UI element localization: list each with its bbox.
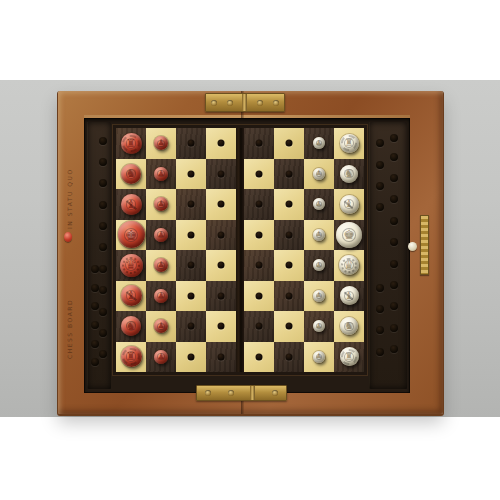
rail-peg-hole [376, 182, 384, 190]
box-interior: ♜♟♟♜♞♟♟♞♝♟♟♝♚♟♟♚♛♟♟♛♝♟♟♝♞♟♟♞♜♟♟♜ [84, 118, 410, 393]
square-c2[interactable]: ♟ [304, 281, 334, 312]
piece-red-pawn[interactable]: ♟ [154, 319, 168, 333]
square-h2[interactable]: ♟ [304, 128, 334, 159]
knight-glyph: ♞ [126, 168, 136, 179]
hinge-screw [227, 100, 233, 106]
square-g3[interactable] [274, 159, 304, 190]
peg-hole [256, 323, 263, 330]
peg-hole [218, 170, 225, 177]
peg-hole [218, 201, 225, 208]
hinge-screw [273, 100, 279, 106]
square-h6[interactable] [176, 128, 206, 159]
square-f5[interactable] [206, 189, 236, 220]
square-b1[interactable]: ♞ [334, 311, 364, 342]
piece-red-pawn[interactable]: ♟ [154, 289, 168, 303]
piece-red-pawn[interactable]: ♟ [154, 228, 168, 242]
rail-peg-hole [91, 284, 99, 292]
square-e6[interactable] [176, 220, 206, 251]
square-b2[interactable]: ♟ [304, 311, 334, 342]
peg-hole [218, 323, 225, 330]
knight-glyph: ♞ [345, 169, 354, 179]
square-g2[interactable]: ♟ [304, 159, 334, 190]
peg-hole [286, 262, 293, 269]
pawn-glyph: ♟ [316, 323, 322, 330]
square-a5[interactable] [206, 342, 236, 373]
square-a7[interactable]: ♟ [146, 342, 176, 373]
rail-peg-hole [390, 134, 398, 142]
square-c7[interactable]: ♟ [146, 281, 176, 312]
piece-white-pawn[interactable]: ♟ [313, 351, 325, 363]
piece-white-bishop[interactable]: ♝ [340, 286, 359, 305]
square-d5[interactable] [206, 250, 236, 281]
rail-peg-hole [99, 350, 107, 358]
rail-peg-hole [376, 305, 384, 313]
square-e1[interactable]: ♚ [334, 220, 364, 251]
square-h1[interactable]: ♜ [334, 128, 364, 159]
piece-red-bishop[interactable]: ♝ [121, 285, 142, 306]
piece-red-pawn[interactable]: ♟ [154, 197, 168, 211]
rail-peg-hole [91, 321, 99, 329]
rail-peg-hole [99, 222, 107, 230]
peg-hole [188, 231, 195, 238]
pawn-glyph: ♟ [316, 262, 322, 269]
piece-white-pawn[interactable]: ♟ [313, 137, 325, 149]
left-storage-rail [87, 122, 111, 389]
top-hinge [205, 93, 285, 112]
brass-plaque [420, 215, 429, 275]
square-h3[interactable] [274, 128, 304, 159]
rail-peg-hole [376, 326, 384, 334]
piece-red-pawn[interactable]: ♟ [154, 258, 168, 272]
photo-background: IN STATU QUO CHESS BOARD ♜♟♟♜♞♟♟♞♝♟♟♝♚♟♟… [0, 80, 500, 417]
square-f6[interactable] [176, 189, 206, 220]
pawn-glyph: ♟ [316, 292, 322, 299]
square-g5[interactable] [206, 159, 236, 190]
piece-red-king[interactable]: ♚ [118, 221, 145, 248]
board-fold-seam [236, 128, 244, 372]
square-e5[interactable] [206, 220, 236, 251]
square-h4[interactable] [244, 128, 274, 159]
square-a6[interactable] [176, 342, 206, 373]
bishop-glyph: ♝ [345, 291, 354, 301]
knight-glyph: ♞ [126, 321, 136, 332]
piece-red-rook[interactable]: ♜ [121, 133, 142, 154]
peg-hole [286, 231, 293, 238]
right-storage-rail [369, 122, 407, 389]
piece-white-pawn[interactable]: ♟ [313, 290, 325, 302]
square-g8[interactable]: ♞ [116, 159, 146, 190]
piece-red-pawn[interactable]: ♟ [154, 167, 168, 181]
piece-red-pawn[interactable]: ♟ [154, 350, 168, 364]
bishop-glyph: ♝ [126, 290, 136, 301]
square-a8[interactable]: ♜ [116, 342, 146, 373]
piece-white-rook[interactable]: ♜ [340, 347, 359, 366]
piece-red-knight[interactable]: ♞ [121, 316, 141, 336]
frame-stamp-lower: CHESS BOARD [66, 259, 73, 359]
piece-red-queen[interactable]: ♛ [120, 254, 143, 277]
piece-white-pawn[interactable]: ♟ [313, 229, 325, 241]
square-b3[interactable] [274, 311, 304, 342]
spare-red-peg [64, 232, 72, 242]
square-f4[interactable] [244, 189, 274, 220]
pawn-glyph: ♟ [157, 170, 164, 178]
piece-red-bishop[interactable]: ♝ [121, 194, 142, 215]
piece-red-rook[interactable]: ♜ [121, 346, 142, 367]
square-d2[interactable]: ♟ [304, 250, 334, 281]
rail-peg-hole [99, 329, 107, 337]
queen-glyph: ♛ [126, 259, 137, 271]
peg-hole [256, 292, 263, 299]
square-d3[interactable] [274, 250, 304, 281]
frame-stamp-upper: IN STATU QUO [66, 129, 73, 229]
square-f7[interactable]: ♟ [146, 189, 176, 220]
square-b4[interactable] [244, 311, 274, 342]
pawn-glyph: ♟ [157, 261, 164, 269]
rook-glyph: ♜ [345, 352, 354, 362]
square-h5[interactable] [206, 128, 236, 159]
square-e3[interactable] [274, 220, 304, 251]
square-g6[interactable] [176, 159, 206, 190]
bottom-hinge [196, 385, 287, 401]
rail-peg-hole [390, 302, 398, 310]
peg-hole [286, 323, 293, 330]
square-d7[interactable]: ♟ [146, 250, 176, 281]
peg-hole [256, 231, 263, 238]
square-c5[interactable] [206, 281, 236, 312]
piece-white-bishop[interactable]: ♝ [340, 195, 359, 214]
square-c4[interactable] [244, 281, 274, 312]
square-e2[interactable]: ♟ [304, 220, 334, 251]
piece-white-queen[interactable]: ♛ [339, 255, 359, 275]
rail-peg-hole [390, 174, 398, 182]
peg-hole [188, 140, 195, 147]
peg-hole [256, 170, 263, 177]
pawn-glyph: ♟ [157, 322, 164, 330]
rail-peg-hole [390, 345, 398, 353]
square-e8[interactable]: ♚ [116, 220, 146, 251]
pawn-glyph: ♟ [316, 231, 322, 238]
peg-hole [256, 353, 263, 360]
piece-white-king[interactable]: ♚ [336, 222, 362, 248]
rail-peg-hole [91, 302, 99, 310]
hinge-knuckle [242, 94, 247, 111]
rail-peg-hole [390, 260, 398, 268]
square-e7[interactable]: ♟ [146, 220, 176, 251]
peg-hole [286, 292, 293, 299]
rail-peg-hole [99, 265, 107, 273]
pawn-glyph: ♟ [157, 353, 164, 361]
peg-hole [218, 292, 225, 299]
chess-board: ♜♟♟♜♞♟♟♞♝♟♟♝♚♟♟♚♛♟♟♛♝♟♟♝♞♟♟♞♜♟♟♜ [116, 128, 364, 372]
hinge-knuckle [250, 386, 255, 400]
square-b8[interactable]: ♞ [116, 311, 146, 342]
hinge-screw [205, 390, 211, 396]
rail-peg-hole [390, 281, 398, 289]
peg-hole [286, 140, 293, 147]
square-b5[interactable] [206, 311, 236, 342]
square-b6[interactable] [176, 311, 206, 342]
square-h8[interactable]: ♜ [116, 128, 146, 159]
rail-peg-hole [99, 158, 107, 166]
rail-peg-hole [91, 340, 99, 348]
square-f8[interactable]: ♝ [116, 189, 146, 220]
peg-hole [188, 201, 195, 208]
piece-red-pawn[interactable]: ♟ [154, 136, 168, 150]
peg-hole [256, 140, 263, 147]
peg-hole [218, 262, 225, 269]
square-a1[interactable]: ♜ [334, 342, 364, 373]
piece-white-pawn[interactable]: ♟ [313, 198, 325, 210]
hinge-screw [272, 390, 278, 396]
rail-peg-hole [376, 348, 384, 356]
rail-peg-hole [376, 161, 384, 169]
rail-peg-hole [91, 358, 99, 366]
board-panel: ♜♟♟♜♞♟♟♞♝♟♟♝♚♟♟♚♛♟♟♛♝♟♟♝♞♟♟♞♜♟♟♜ [111, 122, 369, 389]
peg-hole [188, 262, 195, 269]
rail-peg-hole [390, 195, 398, 203]
rail-peg-hole [99, 308, 107, 316]
square-c3[interactable] [274, 281, 304, 312]
peg-hole [188, 292, 195, 299]
rail-peg-hole [99, 286, 107, 294]
rail-peg-hole [99, 243, 107, 251]
square-d6[interactable] [176, 250, 206, 281]
square-d1[interactable]: ♛ [334, 250, 364, 281]
rail-peg-hole [390, 324, 398, 332]
square-g7[interactable]: ♟ [146, 159, 176, 190]
square-h7[interactable]: ♟ [146, 128, 176, 159]
rail-peg-hole [376, 203, 384, 211]
square-a2[interactable]: ♟ [304, 342, 334, 373]
king-glyph: ♚ [343, 228, 355, 241]
square-a3[interactable] [274, 342, 304, 373]
knight-glyph: ♞ [345, 321, 354, 331]
square-d8[interactable]: ♛ [116, 250, 146, 281]
hinge-screw [257, 100, 263, 106]
square-e4[interactable] [244, 220, 274, 251]
square-c1[interactable]: ♝ [334, 281, 364, 312]
square-c6[interactable] [176, 281, 206, 312]
peg-hole [188, 323, 195, 330]
square-f1[interactable]: ♝ [334, 189, 364, 220]
peg-hole [256, 201, 263, 208]
rail-peg-hole [91, 265, 99, 273]
hinge-screw [211, 100, 217, 106]
bone-latch-button [408, 242, 417, 251]
rail-peg-hole [390, 217, 398, 225]
pawn-glyph: ♟ [316, 170, 322, 177]
piece-white-pawn[interactable]: ♟ [313, 320, 325, 332]
pawn-glyph: ♟ [316, 201, 322, 208]
hinge-screw [228, 390, 234, 396]
rail-peg-hole [99, 201, 107, 209]
bishop-glyph: ♝ [345, 199, 354, 209]
pawn-glyph: ♟ [157, 231, 164, 239]
queen-glyph: ♛ [344, 260, 354, 271]
pawn-glyph: ♟ [157, 139, 164, 147]
peg-hole [188, 170, 195, 177]
pawn-glyph: ♟ [316, 353, 322, 360]
peg-hole [286, 201, 293, 208]
peg-hole [218, 140, 225, 147]
square-f3[interactable] [274, 189, 304, 220]
rook-glyph: ♜ [126, 351, 136, 362]
peg-hole [188, 353, 195, 360]
square-d4[interactable] [244, 250, 274, 281]
peg-hole [218, 353, 225, 360]
peg-hole [256, 262, 263, 269]
square-a4[interactable] [244, 342, 274, 373]
square-b7[interactable]: ♟ [146, 311, 176, 342]
square-f2[interactable]: ♟ [304, 189, 334, 220]
rook-glyph: ♜ [126, 138, 136, 149]
pawn-glyph: ♟ [316, 140, 322, 147]
peg-hole [218, 231, 225, 238]
bishop-glyph: ♝ [126, 199, 136, 210]
chess-box: IN STATU QUO CHESS BOARD ♜♟♟♜♞♟♟♞♝♟♟♝♚♟♟… [58, 91, 443, 414]
rail-peg-hole [390, 238, 398, 246]
peg-hole [286, 170, 293, 177]
piece-white-rook[interactable]: ♜ [340, 134, 359, 153]
rail-peg-hole [99, 179, 107, 187]
rail-peg-hole [99, 137, 107, 145]
rook-glyph: ♜ [345, 138, 354, 148]
rail-peg-hole [390, 153, 398, 161]
piece-white-pawn[interactable]: ♟ [313, 168, 325, 180]
rail-peg-hole [376, 284, 384, 292]
piece-white-pawn[interactable]: ♟ [313, 259, 325, 271]
rail-peg-hole [376, 139, 384, 147]
piece-white-knight[interactable]: ♞ [340, 165, 358, 183]
pawn-glyph: ♟ [157, 292, 164, 300]
square-c8[interactable]: ♝ [116, 281, 146, 312]
piece-white-knight[interactable]: ♞ [340, 317, 358, 335]
peg-hole [286, 353, 293, 360]
pawn-glyph: ♟ [157, 200, 164, 208]
square-g1[interactable]: ♞ [334, 159, 364, 190]
piece-red-knight[interactable]: ♞ [121, 164, 141, 184]
king-glyph: ♚ [125, 228, 138, 242]
square-g4[interactable] [244, 159, 274, 190]
